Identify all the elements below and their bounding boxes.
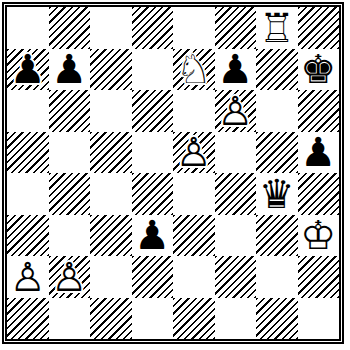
black-pawn-halo: ♟: [215, 49, 257, 91]
square-b1[interactable]: [49, 298, 91, 340]
square-e4[interactable]: [173, 173, 215, 215]
square-d8[interactable]: [132, 7, 174, 49]
board-frame-inner: ♜♖♟♟♟♟♞♘♟♟♚♚♟♙♟♙♟♟♛♛♟♟♚♔♟♙♟♙: [5, 5, 341, 341]
square-e3[interactable]: [173, 215, 215, 257]
black-king-icon: ♚: [298, 49, 340, 91]
square-a5[interactable]: [7, 132, 49, 174]
black-pawn-icon: ♟: [215, 49, 257, 91]
square-c1[interactable]: [90, 298, 132, 340]
white-knight-icon: ♘: [173, 49, 215, 91]
white-knight-halo: ♞: [173, 49, 215, 91]
square-h6[interactable]: [298, 90, 340, 132]
square-f2[interactable]: [215, 256, 257, 298]
square-d3[interactable]: ♟♟: [132, 215, 174, 257]
square-c4[interactable]: [90, 173, 132, 215]
square-h3[interactable]: ♚♔: [298, 215, 340, 257]
square-d5[interactable]: [132, 132, 174, 174]
white-rook-halo: ♜: [256, 7, 298, 49]
square-a7[interactable]: ♟♟: [7, 49, 49, 91]
square-d2[interactable]: [132, 256, 174, 298]
square-b6[interactable]: [49, 90, 91, 132]
square-g4[interactable]: ♛♛: [256, 173, 298, 215]
square-h2[interactable]: [298, 256, 340, 298]
white-pawn-halo: ♟: [215, 90, 257, 132]
black-pawn-icon: ♟: [298, 132, 340, 174]
square-f6[interactable]: ♟♙: [215, 90, 257, 132]
square-b4[interactable]: [49, 173, 91, 215]
chess-board: ♜♖♟♟♟♟♞♘♟♟♚♚♟♙♟♙♟♟♛♛♟♟♚♔♟♙♟♙: [7, 7, 339, 339]
square-a4[interactable]: [7, 173, 49, 215]
black-pawn-icon: ♟: [49, 49, 91, 91]
square-e7[interactable]: ♞♘: [173, 49, 215, 91]
white-pawn-icon: ♙: [7, 256, 49, 298]
square-a1[interactable]: [7, 298, 49, 340]
black-queen-halo: ♛: [256, 173, 298, 215]
square-d6[interactable]: [132, 90, 174, 132]
square-h1[interactable]: [298, 298, 340, 340]
white-pawn-halo: ♟: [49, 256, 91, 298]
square-e8[interactable]: [173, 7, 215, 49]
white-pawn-icon: ♙: [215, 90, 257, 132]
white-pawn-halo: ♟: [7, 256, 49, 298]
square-d7[interactable]: [132, 49, 174, 91]
square-d1[interactable]: [132, 298, 174, 340]
white-pawn-halo: ♟: [173, 132, 215, 174]
square-f1[interactable]: [215, 298, 257, 340]
square-g5[interactable]: [256, 132, 298, 174]
square-f7[interactable]: ♟♟: [215, 49, 257, 91]
white-pawn-icon: ♙: [49, 256, 91, 298]
square-f4[interactable]: [215, 173, 257, 215]
square-h7[interactable]: ♚♚: [298, 49, 340, 91]
black-queen-icon: ♛: [256, 173, 298, 215]
square-c7[interactable]: [90, 49, 132, 91]
square-g3[interactable]: [256, 215, 298, 257]
square-c5[interactable]: [90, 132, 132, 174]
square-a2[interactable]: ♟♙: [7, 256, 49, 298]
square-g7[interactable]: [256, 49, 298, 91]
white-king-halo: ♚: [298, 215, 340, 257]
square-d4[interactable]: [132, 173, 174, 215]
square-b5[interactable]: [49, 132, 91, 174]
square-e5[interactable]: ♟♙: [173, 132, 215, 174]
black-pawn-halo: ♟: [132, 215, 174, 257]
square-f5[interactable]: [215, 132, 257, 174]
black-pawn-halo: ♟: [49, 49, 91, 91]
square-a8[interactable]: [7, 7, 49, 49]
square-g2[interactable]: [256, 256, 298, 298]
square-b7[interactable]: ♟♟: [49, 49, 91, 91]
square-b3[interactable]: [49, 215, 91, 257]
square-e2[interactable]: [173, 256, 215, 298]
black-pawn-halo: ♟: [298, 132, 340, 174]
square-h4[interactable]: [298, 173, 340, 215]
black-pawn-icon: ♟: [7, 49, 49, 91]
square-c2[interactable]: [90, 256, 132, 298]
square-f3[interactable]: [215, 215, 257, 257]
black-pawn-icon: ♟: [132, 215, 174, 257]
square-b8[interactable]: [49, 7, 91, 49]
square-b2[interactable]: ♟♙: [49, 256, 91, 298]
square-f8[interactable]: [215, 7, 257, 49]
square-a6[interactable]: [7, 90, 49, 132]
square-g6[interactable]: [256, 90, 298, 132]
square-c8[interactable]: [90, 7, 132, 49]
square-g8[interactable]: ♜♖: [256, 7, 298, 49]
white-king-icon: ♔: [298, 215, 340, 257]
square-a3[interactable]: [7, 215, 49, 257]
black-king-halo: ♚: [298, 49, 340, 91]
board-frame-outer: ♜♖♟♟♟♟♞♘♟♟♚♚♟♙♟♙♟♟♛♛♟♟♚♔♟♙♟♙: [2, 2, 344, 344]
white-rook-icon: ♖: [256, 7, 298, 49]
square-e6[interactable]: [173, 90, 215, 132]
white-pawn-icon: ♙: [173, 132, 215, 174]
square-g1[interactable]: [256, 298, 298, 340]
square-c6[interactable]: [90, 90, 132, 132]
square-h5[interactable]: ♟♟: [298, 132, 340, 174]
square-e1[interactable]: [173, 298, 215, 340]
black-pawn-halo: ♟: [7, 49, 49, 91]
square-h8[interactable]: [298, 7, 340, 49]
square-c3[interactable]: [90, 215, 132, 257]
